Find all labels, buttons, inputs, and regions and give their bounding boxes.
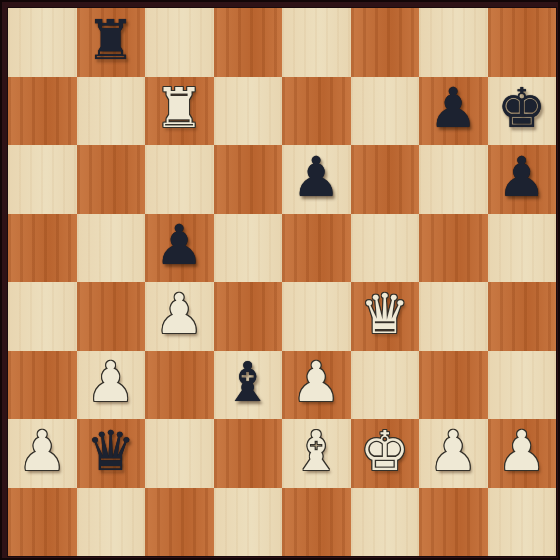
square-c1[interactable] <box>145 488 214 557</box>
square-f4[interactable]: ♛ <box>351 282 420 351</box>
square-h1[interactable] <box>488 488 557 557</box>
white-pawn-icon: ♟ <box>429 424 478 479</box>
square-e6[interactable]: ♟ <box>282 145 351 214</box>
black-queen-icon: ♛ <box>86 424 135 479</box>
black-king-icon: ♚ <box>497 81 546 136</box>
square-h6[interactable]: ♟ <box>488 145 557 214</box>
square-h7[interactable]: ♚ <box>488 77 557 146</box>
square-f7[interactable] <box>351 77 420 146</box>
white-queen-icon: ♛ <box>360 287 409 342</box>
square-h8[interactable] <box>488 8 557 77</box>
white-pawn-icon: ♟ <box>155 287 204 342</box>
board-frame: ♜♜♟♚♟♟♟♟♛♟♝♟♟♛♝♚♟♟ <box>0 0 560 560</box>
square-g3[interactable] <box>419 351 488 420</box>
square-g4[interactable] <box>419 282 488 351</box>
black-pawn-icon: ♟ <box>429 81 478 136</box>
square-c7[interactable]: ♜ <box>145 77 214 146</box>
square-c4[interactable]: ♟ <box>145 282 214 351</box>
white-king-icon: ♚ <box>360 424 409 479</box>
square-a2[interactable]: ♟ <box>8 419 77 488</box>
square-c6[interactable] <box>145 145 214 214</box>
square-b6[interactable] <box>77 145 146 214</box>
square-h4[interactable] <box>488 282 557 351</box>
square-h3[interactable] <box>488 351 557 420</box>
square-b8[interactable]: ♜ <box>77 8 146 77</box>
black-rook-icon: ♜ <box>86 13 135 68</box>
square-b5[interactable] <box>77 214 146 283</box>
square-b4[interactable] <box>77 282 146 351</box>
square-c8[interactable] <box>145 8 214 77</box>
square-g2[interactable]: ♟ <box>419 419 488 488</box>
square-a1[interactable] <box>8 488 77 557</box>
square-a6[interactable] <box>8 145 77 214</box>
square-a7[interactable] <box>8 77 77 146</box>
square-f6[interactable] <box>351 145 420 214</box>
black-bishop-icon: ♝ <box>223 355 272 410</box>
square-f1[interactable] <box>351 488 420 557</box>
square-g7[interactable]: ♟ <box>419 77 488 146</box>
square-f2[interactable]: ♚ <box>351 419 420 488</box>
square-f5[interactable] <box>351 214 420 283</box>
chess-board: ♜♜♟♚♟♟♟♟♛♟♝♟♟♛♝♚♟♟ <box>8 8 556 556</box>
square-d2[interactable] <box>214 419 283 488</box>
square-a4[interactable] <box>8 282 77 351</box>
square-h2[interactable]: ♟ <box>488 419 557 488</box>
square-e1[interactable] <box>282 488 351 557</box>
square-b7[interactable] <box>77 77 146 146</box>
white-pawn-icon: ♟ <box>497 424 546 479</box>
white-pawn-icon: ♟ <box>292 355 341 410</box>
square-d8[interactable] <box>214 8 283 77</box>
square-e3[interactable]: ♟ <box>282 351 351 420</box>
white-pawn-icon: ♟ <box>18 424 67 479</box>
square-b1[interactable] <box>77 488 146 557</box>
square-e5[interactable] <box>282 214 351 283</box>
square-c3[interactable] <box>145 351 214 420</box>
square-g6[interactable] <box>419 145 488 214</box>
square-a8[interactable] <box>8 8 77 77</box>
square-e4[interactable] <box>282 282 351 351</box>
square-b2[interactable]: ♛ <box>77 419 146 488</box>
square-h5[interactable] <box>488 214 557 283</box>
square-d4[interactable] <box>214 282 283 351</box>
square-f3[interactable] <box>351 351 420 420</box>
black-pawn-icon: ♟ <box>292 150 341 205</box>
square-e2[interactable]: ♝ <box>282 419 351 488</box>
white-bishop-icon: ♝ <box>292 424 341 479</box>
square-a5[interactable] <box>8 214 77 283</box>
square-c5[interactable]: ♟ <box>145 214 214 283</box>
square-d5[interactable] <box>214 214 283 283</box>
white-pawn-icon: ♟ <box>86 355 135 410</box>
black-pawn-icon: ♟ <box>155 218 204 273</box>
square-g5[interactable] <box>419 214 488 283</box>
square-d1[interactable] <box>214 488 283 557</box>
square-g8[interactable] <box>419 8 488 77</box>
square-a3[interactable] <box>8 351 77 420</box>
square-c2[interactable] <box>145 419 214 488</box>
square-f8[interactable] <box>351 8 420 77</box>
white-rook-icon: ♜ <box>155 81 204 136</box>
square-d3[interactable]: ♝ <box>214 351 283 420</box>
square-e7[interactable] <box>282 77 351 146</box>
square-e8[interactable] <box>282 8 351 77</box>
square-b3[interactable]: ♟ <box>77 351 146 420</box>
square-d7[interactable] <box>214 77 283 146</box>
square-d6[interactable] <box>214 145 283 214</box>
black-pawn-icon: ♟ <box>497 150 546 205</box>
square-g1[interactable] <box>419 488 488 557</box>
